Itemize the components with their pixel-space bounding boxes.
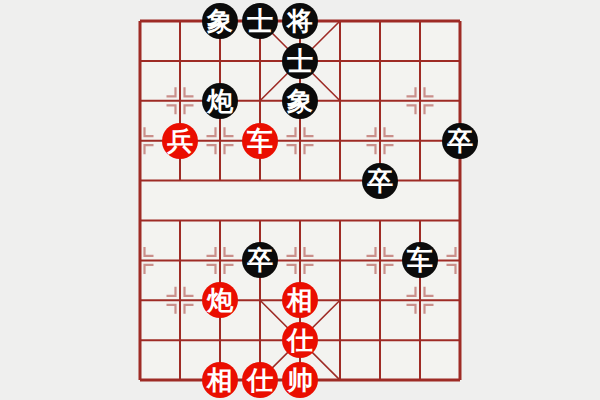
xiangqi-board[interactable]: 象士将士炮象兵车卒卒卒车炮相仕相仕帅 <box>120 1 480 400</box>
piece-black-general[interactable]: 将 <box>282 3 318 39</box>
piece-red-elephant[interactable]: 相 <box>202 362 238 398</box>
board-point-3-3: 车 <box>240 121 280 161</box>
board-point-3-6: 卒 <box>240 240 280 280</box>
board-point-4-7: 相 <box>280 280 320 320</box>
xiangqi-app-background: 象士将士炮象兵车卒卒卒车炮相仕相仕帅 <box>0 0 600 400</box>
piece-black-elephant[interactable]: 象 <box>282 83 318 119</box>
piece-black-cannon[interactable]: 炮 <box>202 83 238 119</box>
board-point-7-6: 车 <box>400 240 440 280</box>
board-point-4-0: 将 <box>280 1 320 41</box>
piece-red-chariot[interactable]: 车 <box>242 123 278 159</box>
piece-red-cannon[interactable]: 炮 <box>202 282 238 318</box>
board-point-8-3: 卒 <box>440 121 480 161</box>
board-point-2-2: 炮 <box>200 81 240 121</box>
piece-black-advisor[interactable]: 士 <box>282 43 318 79</box>
piece-black-soldier[interactable]: 卒 <box>442 123 478 159</box>
piece-black-elephant[interactable]: 象 <box>202 3 238 39</box>
piece-black-soldier[interactable]: 卒 <box>242 242 278 278</box>
board-point-4-8: 仕 <box>280 320 320 360</box>
board-point-4-1: 士 <box>280 41 320 81</box>
piece-red-general[interactable]: 帅 <box>282 362 318 398</box>
board-point-1-3: 兵 <box>160 121 200 161</box>
piece-black-advisor[interactable]: 士 <box>242 3 278 39</box>
piece-black-soldier[interactable]: 卒 <box>362 163 398 199</box>
board-point-3-0: 士 <box>240 1 280 41</box>
board-point-2-7: 炮 <box>200 280 240 320</box>
board-point-4-2: 象 <box>280 81 320 121</box>
piece-red-advisor[interactable]: 仕 <box>282 322 318 358</box>
piece-black-chariot[interactable]: 车 <box>402 242 438 278</box>
board-point-3-9: 仕 <box>240 360 280 400</box>
board-point-4-9: 帅 <box>280 360 320 400</box>
piece-red-elephant[interactable]: 相 <box>282 282 318 318</box>
piece-red-soldier[interactable]: 兵 <box>162 123 198 159</box>
board-point-2-9: 相 <box>200 360 240 400</box>
board-point-6-4: 卒 <box>360 161 400 201</box>
board-point-2-0: 象 <box>200 1 240 41</box>
piece-red-advisor[interactable]: 仕 <box>242 362 278 398</box>
